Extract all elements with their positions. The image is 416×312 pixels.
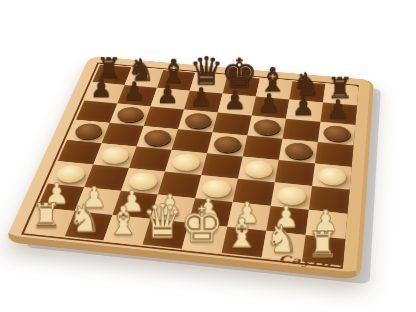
square-e6[interactable] — [212, 113, 251, 136]
light-knight[interactable]: ♞ — [68, 199, 102, 236]
light-rook[interactable]: ♜ — [307, 227, 338, 262]
square-d4[interactable] — [165, 150, 207, 175]
square-d5[interactable] — [172, 129, 213, 153]
light-checker-disc[interactable] — [317, 167, 347, 187]
square-f6[interactable] — [247, 116, 286, 139]
dark-checker-disc[interactable] — [115, 106, 146, 123]
light-checker-disc[interactable] — [243, 160, 274, 179]
dark-checker-disc[interactable] — [323, 125, 351, 143]
dark-checker-disc[interactable] — [142, 129, 173, 147]
square-b4[interactable] — [93, 143, 136, 168]
square-h7[interactable]: ♟ — [320, 102, 356, 124]
dark-pawn[interactable]: ♟ — [123, 78, 146, 103]
light-checker-disc[interactable] — [99, 146, 131, 165]
dark-checker-disc[interactable] — [252, 118, 281, 135]
square-g5[interactable] — [279, 139, 318, 164]
square-g1[interactable]: ♞ — [262, 231, 306, 262]
light-king[interactable]: ♚ — [180, 200, 224, 249]
square-b7[interactable]: ♟ — [117, 85, 157, 106]
product-photo-stage: ♜♞♝♛♚♝♞♜♟♟♟♟♟♟♟♟♟♟♟♟♟♟♟♟♜♞♝♛♚♝♞♜ Cayro — [0, 0, 416, 312]
square-e5[interactable] — [207, 132, 247, 156]
square-h6[interactable] — [318, 122, 355, 146]
dark-checker-disc[interactable] — [183, 112, 213, 129]
dark-pawn[interactable]: ♟ — [156, 81, 179, 106]
dark-pawn[interactable]: ♟ — [326, 96, 349, 122]
light-bishop[interactable]: ♝ — [224, 213, 260, 253]
dark-pawn[interactable]: ♟ — [292, 93, 315, 119]
square-e1[interactable]: ♚ — [182, 223, 227, 253]
light-checker-disc[interactable] — [170, 153, 202, 172]
square-h1[interactable]: ♜ — [302, 235, 345, 266]
dark-pawn[interactable]: ♟ — [90, 76, 113, 101]
dark-pawn[interactable]: ♟ — [223, 87, 246, 113]
dark-pawn[interactable]: ♟ — [257, 90, 280, 116]
square-f1[interactable]: ♝ — [222, 227, 267, 257]
square-d7[interactable]: ♟ — [184, 91, 223, 113]
square-f5[interactable] — [243, 136, 283, 160]
square-c4[interactable] — [129, 146, 172, 171]
dark-checker-disc[interactable] — [284, 142, 313, 160]
square-h5[interactable] — [315, 142, 353, 167]
square-f4[interactable] — [238, 157, 279, 183]
square-g7[interactable]: ♟ — [286, 100, 323, 122]
light-knight[interactable]: ♞ — [265, 220, 299, 258]
light-queen[interactable]: ♛ — [142, 198, 184, 245]
square-e7[interactable]: ♟ — [218, 94, 256, 116]
dark-checker-disc[interactable] — [72, 123, 104, 141]
chess-checkers-board: ♜♞♝♛♚♝♞♜♟♟♟♟♟♟♟♟♟♟♟♟♟♟♟♟♜♞♝♛♚♝♞♜ Cayro — [4, 56, 374, 280]
square-g6[interactable] — [282, 119, 320, 142]
board-grid: ♜♞♝♛♚♝♞♜♟♟♟♟♟♟♟♟♟♟♟♟♟♟♟♟♜♞♝♛♚♝♞♜ — [27, 65, 355, 266]
light-bishop[interactable]: ♝ — [106, 201, 142, 241]
dark-checker-disc[interactable] — [212, 135, 242, 153]
light-rook[interactable]: ♜ — [31, 199, 61, 233]
square-f7[interactable]: ♟ — [252, 97, 290, 119]
square-g4[interactable] — [275, 160, 315, 186]
dark-pawn[interactable]: ♟ — [190, 84, 213, 110]
